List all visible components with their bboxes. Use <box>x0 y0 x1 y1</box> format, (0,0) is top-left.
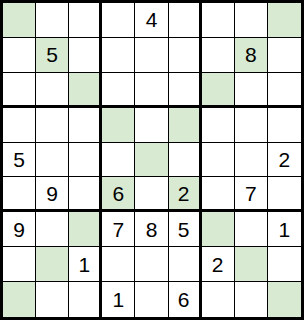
cell-r5c1-given-9[interactable]: 9 <box>36 177 69 212</box>
cell-r2c6-empty[interactable] <box>202 73 235 108</box>
cell-r5c0-empty[interactable] <box>3 177 36 212</box>
cell-r1c5-empty[interactable] <box>169 38 202 73</box>
cell-r5c2-empty[interactable] <box>69 177 102 212</box>
cell-r5c7-given-7[interactable]: 7 <box>235 177 268 212</box>
cell-r3c8-empty[interactable] <box>268 108 301 143</box>
cell-r8c3-given-1[interactable]: 1 <box>102 282 135 317</box>
cell-r7c5-empty[interactable] <box>169 247 202 282</box>
cell-r7c8-empty[interactable] <box>268 247 301 282</box>
cell-r1c6-empty[interactable] <box>202 38 235 73</box>
cell-r2c8-empty[interactable] <box>268 73 301 108</box>
cell-r4c2-empty[interactable] <box>69 143 102 178</box>
cell-r7c1-empty[interactable] <box>36 247 69 282</box>
cell-r0c7-empty[interactable] <box>235 3 268 38</box>
cell-r3c3-empty[interactable] <box>102 108 135 143</box>
cell-r7c0-empty[interactable] <box>3 247 36 282</box>
cell-r6c1-empty[interactable] <box>36 212 69 247</box>
cell-r0c3-empty[interactable] <box>102 3 135 38</box>
cell-r7c4-empty[interactable] <box>135 247 168 282</box>
cell-r8c0-empty[interactable] <box>3 282 36 317</box>
cell-r1c8-empty[interactable] <box>268 38 301 73</box>
cell-r1c1-given-5[interactable]: 5 <box>36 38 69 73</box>
cell-r5c8-empty[interactable] <box>268 177 301 212</box>
cell-r0c4-given-4[interactable]: 4 <box>135 3 168 38</box>
cell-r3c4-empty[interactable] <box>135 108 168 143</box>
cell-r1c3-empty[interactable] <box>102 38 135 73</box>
cell-r3c0-empty[interactable] <box>3 108 36 143</box>
cell-r2c1-empty[interactable] <box>36 73 69 108</box>
cell-r1c4-empty[interactable] <box>135 38 168 73</box>
sudoku-board: 458529627978511216 <box>0 0 304 320</box>
cell-r6c7-empty[interactable] <box>235 212 268 247</box>
cell-r0c2-empty[interactable] <box>69 3 102 38</box>
cell-r0c5-empty[interactable] <box>169 3 202 38</box>
cell-r4c5-empty[interactable] <box>169 143 202 178</box>
cell-r8c7-empty[interactable] <box>235 282 268 317</box>
cell-r6c2-empty[interactable] <box>69 212 102 247</box>
cell-r0c6-empty[interactable] <box>202 3 235 38</box>
cell-r2c7-empty[interactable] <box>235 73 268 108</box>
cell-r6c6-empty[interactable] <box>202 212 235 247</box>
cell-r1c2-empty[interactable] <box>69 38 102 73</box>
cell-r0c8-empty[interactable] <box>268 3 301 38</box>
cell-r4c1-empty[interactable] <box>36 143 69 178</box>
cell-r8c6-empty[interactable] <box>202 282 235 317</box>
cell-r2c0-empty[interactable] <box>3 73 36 108</box>
cell-r0c1-empty[interactable] <box>36 3 69 38</box>
cell-r4c3-empty[interactable] <box>102 143 135 178</box>
cell-r0c0-empty[interactable] <box>3 3 36 38</box>
cell-r4c7-empty[interactable] <box>235 143 268 178</box>
cell-r4c4-empty[interactable] <box>135 143 168 178</box>
cell-r3c2-empty[interactable] <box>69 108 102 143</box>
cell-r8c1-empty[interactable] <box>36 282 69 317</box>
cell-r2c4-empty[interactable] <box>135 73 168 108</box>
cell-r6c8-given-1[interactable]: 1 <box>268 212 301 247</box>
cell-r7c6-given-2[interactable]: 2 <box>202 247 235 282</box>
cell-r3c7-empty[interactable] <box>235 108 268 143</box>
cell-r3c5-empty[interactable] <box>169 108 202 143</box>
cell-r2c5-empty[interactable] <box>169 73 202 108</box>
cell-r5c3-given-6[interactable]: 6 <box>102 177 135 212</box>
cell-r6c0-given-9[interactable]: 9 <box>3 212 36 247</box>
cell-r4c0-given-5[interactable]: 5 <box>3 143 36 178</box>
cell-r7c2-given-1[interactable]: 1 <box>69 247 102 282</box>
cell-r3c1-empty[interactable] <box>36 108 69 143</box>
cell-r8c5-given-6[interactable]: 6 <box>169 282 202 317</box>
cell-r7c3-empty[interactable] <box>102 247 135 282</box>
cell-r8c2-empty[interactable] <box>69 282 102 317</box>
cell-r5c6-empty[interactable] <box>202 177 235 212</box>
cell-r5c4-empty[interactable] <box>135 177 168 212</box>
cell-r6c4-given-8[interactable]: 8 <box>135 212 168 247</box>
cell-r4c6-empty[interactable] <box>202 143 235 178</box>
cell-r5c5-given-2[interactable]: 2 <box>169 177 202 212</box>
cell-r8c4-empty[interactable] <box>135 282 168 317</box>
cell-r3c6-empty[interactable] <box>202 108 235 143</box>
cell-r4c8-given-2[interactable]: 2 <box>268 143 301 178</box>
cell-r1c0-empty[interactable] <box>3 38 36 73</box>
cell-r2c2-empty[interactable] <box>69 73 102 108</box>
cell-r1c7-given-8[interactable]: 8 <box>235 38 268 73</box>
cell-r2c3-empty[interactable] <box>102 73 135 108</box>
cell-r8c8-empty[interactable] <box>268 282 301 317</box>
cell-r7c7-empty[interactable] <box>235 247 268 282</box>
cell-r6c3-given-7[interactable]: 7 <box>102 212 135 247</box>
cell-r6c5-given-5[interactable]: 5 <box>169 212 202 247</box>
